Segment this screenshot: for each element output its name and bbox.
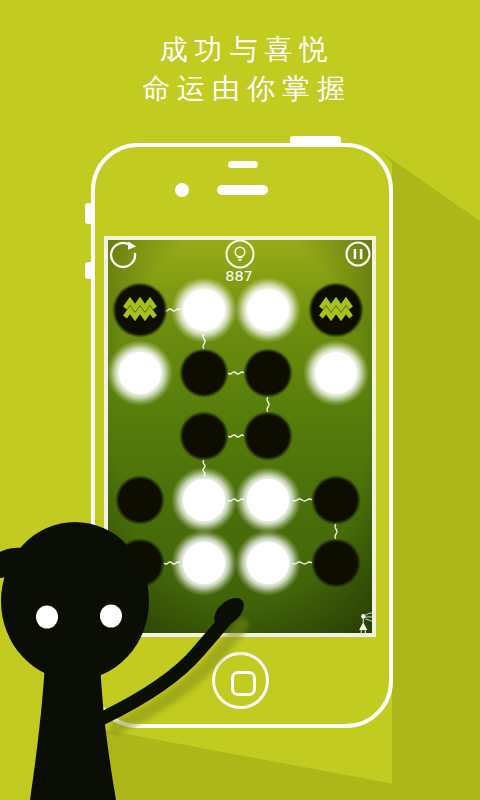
piece-r2c4-white[interactable] <box>303 340 369 406</box>
piece-r1c1-black[interactable] <box>114 284 166 336</box>
mascot-head <box>1 522 149 680</box>
mascot-figure <box>0 500 300 800</box>
mascot-body <box>30 660 116 800</box>
piece-r1c2-white[interactable] <box>171 277 237 343</box>
piece-r1c4-black[interactable] <box>310 284 362 336</box>
piece-r5c4-black[interactable] <box>313 540 359 586</box>
promo-screenshot: { "app": { "tagline_line1": "成功与喜悦", "ta… <box>0 0 480 800</box>
piece-r2c1-white[interactable] <box>108 340 173 406</box>
camera-dot <box>175 183 189 197</box>
tagline-line1: 成功与喜悦 <box>0 31 480 69</box>
hint-count: 887 <box>225 268 253 284</box>
tagline-line2: 命运由你掌握 <box>0 70 480 108</box>
mascot-eye-left <box>36 606 58 629</box>
piece-r3c3-black[interactable] <box>245 413 291 459</box>
piece-r3c2-black[interactable] <box>181 413 227 459</box>
mascot-eye-right <box>100 605 122 628</box>
piece-r1c3-white[interactable] <box>235 277 301 343</box>
piece-r4c4-black[interactable] <box>313 477 359 523</box>
piece-r2c2-black[interactable] <box>181 350 227 396</box>
piece-r2c3-black[interactable] <box>245 350 291 396</box>
speaker-grille <box>217 185 268 195</box>
sensor-slit <box>228 161 258 168</box>
